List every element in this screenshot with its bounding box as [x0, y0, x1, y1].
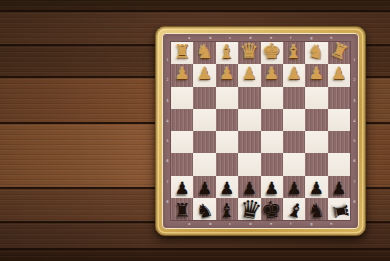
chess-board-grid: ♜♞♝♛♚♝♞♜♟♟♟♟♟♟♟♟♟♟♟♟♟♟♟♟♜♞♝♛♚♝♞♜ — [171, 42, 350, 220]
board-square — [193, 153, 215, 175]
board-square: ♝ — [283, 198, 305, 220]
white-queen-piece: ♛ — [240, 41, 259, 62]
board-square: ♟ — [261, 64, 283, 86]
rank-label: 8 — [353, 199, 355, 204]
rank-label: 8 — [166, 199, 168, 204]
white-pawn-piece: ♟ — [331, 65, 346, 82]
board-square — [283, 131, 305, 153]
rank-label: 2 — [353, 78, 355, 83]
chess-board-frame: abcdefgh abcdefgh 12345678 12345678 ♜♞♝♛… — [155, 26, 366, 236]
board-square: ♜ — [171, 42, 193, 64]
rank-label: 4 — [353, 118, 355, 123]
rank-label: 4 — [166, 118, 168, 123]
board-square — [328, 87, 350, 109]
rank-label: 5 — [353, 138, 355, 143]
board-square: ♚ — [261, 198, 283, 220]
black-bishop-piece: ♝ — [284, 199, 306, 222]
board-square: ♟ — [216, 176, 238, 198]
board-square: ♞ — [305, 198, 327, 220]
board-square: ♚ — [261, 42, 283, 64]
board-square — [328, 131, 350, 153]
board-square — [193, 109, 215, 131]
file-label: h — [331, 35, 333, 40]
black-pawn-piece: ♟ — [331, 180, 346, 197]
file-label: f — [290, 221, 291, 226]
board-square: ♝ — [283, 42, 305, 64]
black-bishop-piece: ♝ — [218, 201, 235, 220]
black-knight-piece: ♞ — [308, 201, 325, 220]
white-rook-piece: ♜ — [174, 42, 191, 61]
board-square: ♟ — [283, 64, 305, 86]
board-square: ♜ — [328, 198, 350, 220]
white-pawn-piece: ♟ — [242, 65, 257, 82]
board-square: ♟ — [193, 176, 215, 198]
board-square — [305, 109, 327, 131]
board-square — [238, 109, 260, 131]
rank-label: 5 — [166, 138, 168, 143]
board-square — [171, 131, 193, 153]
board-square: ♟ — [238, 64, 260, 86]
white-pawn-piece: ♟ — [197, 65, 212, 82]
board-square — [216, 153, 238, 175]
rank-label: 3 — [353, 98, 355, 103]
white-pawn-piece: ♟ — [219, 65, 234, 82]
black-pawn-piece: ♟ — [197, 180, 212, 197]
board-square — [328, 153, 350, 175]
board-square — [216, 131, 238, 153]
rank-label: 1 — [166, 57, 168, 62]
board-square — [238, 131, 260, 153]
black-pawn-piece: ♟ — [286, 180, 301, 197]
file-label: a — [188, 221, 190, 226]
black-pawn-piece: ♟ — [309, 180, 324, 197]
board-square — [305, 131, 327, 153]
white-pawn-piece: ♟ — [264, 65, 279, 82]
white-knight-piece: ♞ — [306, 40, 327, 63]
chess-board-margin: abcdefgh abcdefgh 12345678 12345678 ♜♞♝♛… — [162, 33, 359, 229]
photo-scene: abcdefgh abcdefgh 12345678 12345678 ♜♞♝♛… — [0, 0, 390, 261]
black-rook-piece: ♜ — [330, 202, 352, 222]
white-knight-piece: ♞ — [196, 42, 213, 61]
rank-labels-left: 12345678 — [164, 50, 170, 212]
rank-label: 2 — [166, 78, 168, 83]
board-square: ♟ — [328, 64, 350, 86]
board-square — [261, 153, 283, 175]
white-pawn-piece: ♟ — [309, 65, 324, 82]
board-square: ♟ — [305, 176, 327, 198]
board-square — [283, 153, 305, 175]
board-square — [193, 131, 215, 153]
file-label: b — [209, 221, 211, 226]
board-square: ♞ — [193, 42, 215, 64]
rank-label: 7 — [353, 179, 355, 184]
board-square: ♛ — [238, 42, 260, 64]
file-label: h — [331, 221, 333, 226]
board-square: ♝ — [216, 198, 238, 220]
board-square: ♟ — [171, 64, 193, 86]
rank-label: 6 — [353, 159, 355, 164]
board-square: ♞ — [193, 198, 215, 220]
rank-label: 7 — [166, 179, 168, 184]
white-pawn-piece: ♟ — [286, 65, 301, 82]
black-knight-piece: ♞ — [194, 200, 215, 222]
black-pawn-piece: ♟ — [175, 180, 190, 197]
board-square: ♟ — [328, 176, 350, 198]
board-square — [171, 87, 193, 109]
board-square — [305, 87, 327, 109]
board-square — [193, 87, 215, 109]
file-label: c — [229, 221, 231, 226]
file-labels-bottom: abcdefgh — [179, 221, 342, 227]
white-king-piece: ♚ — [262, 41, 281, 62]
board-square: ♟ — [193, 64, 215, 86]
board-square: ♟ — [171, 176, 193, 198]
board-square: ♟ — [305, 64, 327, 86]
board-square — [261, 109, 283, 131]
white-bishop-piece: ♝ — [218, 42, 235, 61]
white-rook-piece: ♜ — [328, 39, 351, 63]
rank-label: 1 — [353, 57, 355, 62]
black-pawn-piece: ♟ — [219, 180, 234, 197]
wood-plank — [0, 248, 390, 261]
board-square — [171, 109, 193, 131]
board-square — [328, 109, 350, 131]
file-label: g — [310, 221, 312, 226]
white-pawn-piece: ♟ — [175, 65, 190, 82]
board-square: ♜ — [328, 42, 350, 64]
rank-label: 6 — [166, 159, 168, 164]
black-king-piece: ♚ — [260, 198, 284, 224]
board-square: ♞ — [305, 42, 327, 64]
board-square — [216, 109, 238, 131]
board-square: ♟ — [283, 176, 305, 198]
board-square — [305, 153, 327, 175]
rank-labels-right: 12345678 — [351, 50, 357, 212]
wood-plank — [0, 0, 390, 10]
board-square — [261, 131, 283, 153]
black-rook-piece: ♜ — [174, 201, 191, 220]
board-square — [238, 153, 260, 175]
board-square — [171, 153, 193, 175]
board-square — [283, 109, 305, 131]
rank-label: 3 — [166, 98, 168, 103]
board-square — [238, 87, 260, 109]
white-bishop-piece: ♝ — [286, 42, 303, 61]
black-pawn-piece: ♟ — [264, 180, 279, 197]
board-square: ♛ — [238, 198, 260, 220]
board-square: ♜ — [171, 198, 193, 220]
board-square: ♟ — [216, 64, 238, 86]
board-square — [261, 87, 283, 109]
board-square: ♝ — [216, 42, 238, 64]
board-square — [283, 87, 305, 109]
board-square — [216, 87, 238, 109]
